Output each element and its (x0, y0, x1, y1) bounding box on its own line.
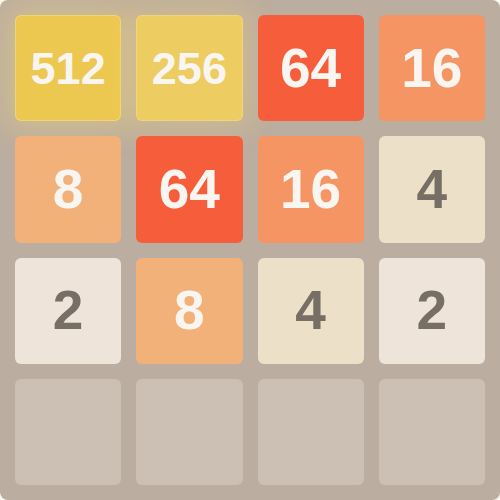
tile-8-r2c1: 8 (15, 136, 121, 242)
tile-8-r3c2: 8 (136, 258, 242, 364)
tile-4-r3c3: 4 (258, 258, 364, 364)
tile-256-r1c2: 256 (136, 15, 242, 121)
empty-cell-r4c4 (379, 379, 485, 485)
empty-cell-r4c3 (258, 379, 364, 485)
tile-64-r1c3: 64 (258, 15, 364, 121)
tile-2-r3c4: 2 (379, 258, 485, 364)
game-board-2048: 51225664168641642842 (0, 0, 500, 500)
tile-16-r2c3: 16 (258, 136, 364, 242)
tile-64-r2c2: 64 (136, 136, 242, 242)
empty-cell-r4c1 (15, 379, 121, 485)
tile-4-r2c4: 4 (379, 136, 485, 242)
tile-2-r3c1: 2 (15, 258, 121, 364)
tile-16-r1c4: 16 (379, 15, 485, 121)
empty-cell-r4c2 (136, 379, 242, 485)
tile-512-r1c1: 512 (15, 15, 121, 121)
